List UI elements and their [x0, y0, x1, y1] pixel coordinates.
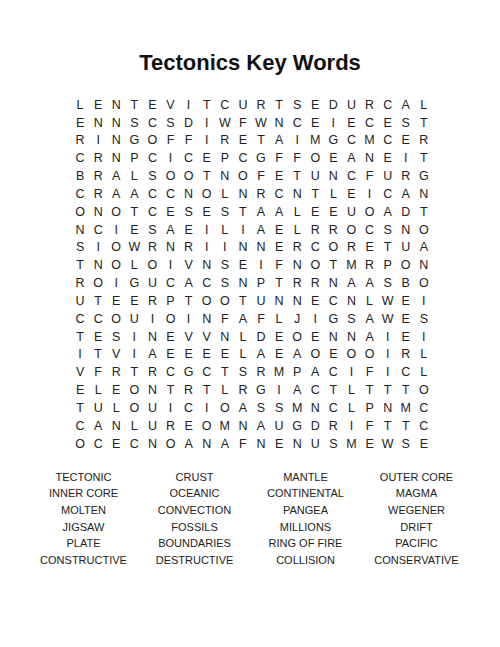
grid-cell[interactable]: G — [252, 150, 270, 168]
grid-cell[interactable]: E — [361, 239, 379, 257]
grid-cell[interactable]: R — [342, 239, 360, 257]
grid-cell[interactable]: A — [288, 382, 306, 400]
grid-cell[interactable]: S — [180, 203, 198, 221]
grid-cell[interactable]: L — [270, 310, 288, 328]
grid-cell[interactable]: A — [143, 346, 161, 364]
grid-cell[interactable]: I — [161, 257, 179, 275]
grid-cell[interactable]: S — [216, 203, 234, 221]
grid-cell[interactable]: U — [125, 310, 143, 328]
grid-cell[interactable]: I — [107, 221, 125, 239]
grid-cell[interactable]: O — [415, 382, 433, 400]
grid-cell[interactable]: A — [415, 239, 433, 257]
grid-cell[interactable]: L — [234, 328, 252, 346]
grid-cell[interactable]: N — [143, 328, 161, 346]
grid-cell[interactable]: I — [379, 328, 397, 346]
grid-cell[interactable]: G — [324, 310, 342, 328]
grid-cell[interactable]: F — [89, 364, 107, 382]
grid-cell[interactable]: N — [107, 114, 125, 132]
grid-cell[interactable]: M — [342, 435, 360, 453]
grid-cell[interactable]: C — [324, 364, 342, 382]
grid-cell[interactable]: O — [143, 257, 161, 275]
grid-cell[interactable]: I — [161, 150, 179, 168]
grid-cell[interactable]: I — [397, 150, 415, 168]
grid-cell[interactable]: N — [324, 328, 342, 346]
grid-cell[interactable]: N — [89, 114, 107, 132]
grid-cell[interactable]: A — [180, 435, 198, 453]
grid-cell[interactable]: R — [143, 364, 161, 382]
grid-cell[interactable]: C — [89, 310, 107, 328]
grid-cell[interactable]: L — [415, 364, 433, 382]
grid-cell[interactable]: V — [198, 328, 216, 346]
grid-cell[interactable]: W — [379, 292, 397, 310]
grid-cell[interactable]: E — [270, 346, 288, 364]
grid-cell[interactable]: U — [252, 292, 270, 310]
grid-cell[interactable]: R — [288, 239, 306, 257]
grid-cell[interactable]: I — [198, 114, 216, 132]
grid-cell[interactable]: C — [216, 96, 234, 114]
grid-cell[interactable]: A — [252, 346, 270, 364]
grid-cell[interactable]: O — [288, 328, 306, 346]
grid-cell[interactable]: N — [107, 150, 125, 168]
grid-cell[interactable]: E — [306, 203, 324, 221]
grid-cell[interactable]: E — [361, 435, 379, 453]
grid-cell[interactable]: M — [288, 399, 306, 417]
grid-cell[interactable]: E — [107, 292, 125, 310]
grid-cell[interactable]: F — [252, 310, 270, 328]
grid-cell[interactable]: C — [415, 399, 433, 417]
grid-cell[interactable]: T — [415, 114, 433, 132]
grid-cell[interactable]: N — [252, 435, 270, 453]
grid-cell[interactable]: T — [324, 382, 342, 400]
grid-cell[interactable]: E — [342, 114, 360, 132]
grid-cell[interactable]: C — [324, 399, 342, 417]
grid-cell[interactable]: E — [342, 185, 360, 203]
grid-cell[interactable]: E — [397, 292, 415, 310]
grid-cell[interactable]: C — [143, 185, 161, 203]
grid-cell[interactable]: A — [252, 417, 270, 435]
grid-cell[interactable]: C — [180, 399, 198, 417]
grid-cell[interactable]: C — [71, 310, 89, 328]
grid-cell[interactable]: W — [252, 114, 270, 132]
grid-cell[interactable]: J — [288, 310, 306, 328]
grid-cell[interactable]: A — [342, 150, 360, 168]
grid-cell[interactable]: E — [89, 328, 107, 346]
grid-cell[interactable]: C — [198, 364, 216, 382]
grid-cell[interactable]: A — [397, 185, 415, 203]
grid-cell[interactable]: T — [71, 257, 89, 275]
grid-cell[interactable]: T — [270, 274, 288, 292]
grid-cell[interactable]: I — [288, 132, 306, 150]
grid-cell[interactable]: E — [216, 346, 234, 364]
grid-cell[interactable]: N — [397, 221, 415, 239]
grid-cell[interactable]: A — [125, 185, 143, 203]
grid-cell[interactable]: S — [107, 328, 125, 346]
grid-cell[interactable]: T — [198, 167, 216, 185]
grid-cell[interactable]: L — [216, 185, 234, 203]
grid-cell[interactable]: L — [216, 382, 234, 400]
grid-cell[interactable]: C — [161, 364, 179, 382]
grid-cell[interactable]: S — [397, 435, 415, 453]
grid-cell[interactable]: V — [161, 96, 179, 114]
grid-cell[interactable]: R — [161, 417, 179, 435]
grid-cell[interactable]: M — [342, 257, 360, 275]
grid-cell[interactable]: C — [379, 185, 397, 203]
grid-cell[interactable]: E — [324, 203, 342, 221]
grid-cell[interactable]: R — [89, 185, 107, 203]
grid-cell[interactable]: U — [234, 96, 252, 114]
grid-cell[interactable]: L — [324, 185, 342, 203]
grid-cell[interactable]: E — [306, 114, 324, 132]
grid-cell[interactable]: T — [125, 364, 143, 382]
grid-cell[interactable]: L — [342, 399, 360, 417]
grid-cell[interactable]: N — [342, 292, 360, 310]
grid-cell[interactable]: I — [324, 114, 342, 132]
grid-cell[interactable]: A — [234, 310, 252, 328]
grid-cell[interactable]: C — [270, 185, 288, 203]
grid-cell[interactable]: I — [198, 132, 216, 150]
grid-cell[interactable]: T — [397, 417, 415, 435]
grid-cell[interactable]: T — [397, 382, 415, 400]
grid-cell[interactable]: A — [379, 203, 397, 221]
grid-cell[interactable]: R — [71, 132, 89, 150]
grid-cell[interactable]: L — [125, 257, 143, 275]
grid-cell[interactable]: N — [324, 167, 342, 185]
grid-cell[interactable]: C — [306, 382, 324, 400]
grid-cell[interactable]: E — [379, 150, 397, 168]
grid-cell[interactable]: N — [143, 435, 161, 453]
grid-cell[interactable]: V — [71, 364, 89, 382]
grid-cell[interactable]: C — [143, 203, 161, 221]
grid-cell[interactable]: O — [324, 239, 342, 257]
grid-cell[interactable]: I — [306, 310, 324, 328]
grid-cell[interactable]: D — [252, 328, 270, 346]
grid-cell[interactable]: S — [288, 96, 306, 114]
grid-cell[interactable]: A — [361, 274, 379, 292]
grid-cell[interactable]: E — [125, 221, 143, 239]
grid-cell[interactable]: O — [107, 239, 125, 257]
grid-cell[interactable]: O — [342, 346, 360, 364]
grid-cell[interactable]: T — [216, 364, 234, 382]
grid-cell[interactable]: L — [89, 382, 107, 400]
grid-cell[interactable]: F — [361, 417, 379, 435]
grid-cell[interactable]: F — [270, 150, 288, 168]
grid-cell[interactable]: N — [107, 132, 125, 150]
grid-cell[interactable]: C — [306, 239, 324, 257]
grid-cell[interactable]: I — [216, 239, 234, 257]
grid-cell[interactable]: N — [71, 221, 89, 239]
grid-cell[interactable]: L — [361, 292, 379, 310]
grid-cell[interactable]: N — [342, 328, 360, 346]
grid-cell[interactable]: C — [234, 150, 252, 168]
grid-cell[interactable]: G — [125, 274, 143, 292]
grid-cell[interactable]: R — [252, 364, 270, 382]
grid-cell[interactable]: T — [198, 382, 216, 400]
grid-cell[interactable]: S — [71, 239, 89, 257]
grid-cell[interactable]: O — [306, 150, 324, 168]
grid-cell[interactable]: W — [379, 435, 397, 453]
grid-cell[interactable]: S — [234, 364, 252, 382]
grid-cell[interactable]: N — [89, 203, 107, 221]
grid-cell[interactable]: L — [107, 399, 125, 417]
grid-cell[interactable]: O — [198, 185, 216, 203]
grid-cell[interactable]: C — [143, 114, 161, 132]
grid-cell[interactable]: M — [270, 364, 288, 382]
grid-cell[interactable]: I — [361, 185, 379, 203]
grid-cell[interactable]: E — [198, 203, 216, 221]
grid-cell[interactable]: R — [397, 346, 415, 364]
grid-cell[interactable]: M — [361, 132, 379, 150]
grid-cell[interactable]: I — [270, 382, 288, 400]
grid-cell[interactable]: R — [143, 292, 161, 310]
grid-cell[interactable]: N — [143, 382, 161, 400]
grid-cell[interactable]: F — [234, 435, 252, 453]
grid-cell[interactable]: N — [216, 167, 234, 185]
grid-cell[interactable]: F — [288, 150, 306, 168]
grid-cell[interactable]: R — [143, 239, 161, 257]
grid-cell[interactable]: C — [71, 150, 89, 168]
grid-cell[interactable]: P — [125, 150, 143, 168]
grid-cell[interactable]: T — [288, 167, 306, 185]
grid-cell[interactable]: N — [234, 185, 252, 203]
grid-cell[interactable]: E — [143, 96, 161, 114]
grid-cell[interactable]: U — [397, 239, 415, 257]
grid-cell[interactable]: T — [306, 185, 324, 203]
grid-cell[interactable]: S — [143, 221, 161, 239]
grid-cell[interactable]: R — [397, 167, 415, 185]
grid-cell[interactable]: E — [324, 150, 342, 168]
grid-cell[interactable]: T — [252, 132, 270, 150]
grid-cell[interactable]: P — [361, 399, 379, 417]
grid-cell[interactable]: M — [216, 417, 234, 435]
grid-cell[interactable]: N — [288, 292, 306, 310]
grid-cell[interactable]: E — [324, 346, 342, 364]
grid-cell[interactable]: N — [216, 328, 234, 346]
grid-cell[interactable]: U — [143, 417, 161, 435]
grid-cell[interactable]: E — [89, 96, 107, 114]
grid-cell[interactable]: O — [397, 257, 415, 275]
grid-cell[interactable]: N — [234, 239, 252, 257]
grid-cell[interactable]: T — [198, 96, 216, 114]
grid-cell[interactable]: E — [107, 435, 125, 453]
grid-cell[interactable]: O — [361, 203, 379, 221]
grid-cell[interactable]: O — [342, 221, 360, 239]
grid-cell[interactable]: A — [216, 435, 234, 453]
grid-cell[interactable]: R — [415, 132, 433, 150]
grid-cell[interactable]: S — [379, 221, 397, 239]
grid-cell[interactable]: T — [125, 96, 143, 114]
grid-cell[interactable]: O — [415, 274, 433, 292]
grid-cell[interactable]: G — [415, 167, 433, 185]
grid-cell[interactable]: T — [415, 150, 433, 168]
grid-cell[interactable]: M — [306, 132, 324, 150]
grid-cell[interactable]: R — [324, 221, 342, 239]
grid-cell[interactable]: B — [397, 274, 415, 292]
grid-cell[interactable]: L — [71, 96, 89, 114]
grid-cell[interactable]: E — [397, 310, 415, 328]
grid-cell[interactable]: G — [288, 417, 306, 435]
grid-cell[interactable]: E — [180, 221, 198, 239]
grid-cell[interactable]: E — [306, 328, 324, 346]
grid-cell[interactable]: F — [361, 167, 379, 185]
grid-cell[interactable]: I — [198, 221, 216, 239]
grid-cell[interactable]: O — [125, 399, 143, 417]
grid-cell[interactable]: E — [270, 221, 288, 239]
grid-cell[interactable]: U — [143, 399, 161, 417]
grid-cell[interactable]: C — [342, 167, 360, 185]
grid-cell[interactable]: E — [234, 257, 252, 275]
grid-cell[interactable]: E — [306, 96, 324, 114]
grid-cell[interactable]: O — [125, 382, 143, 400]
grid-cell[interactable]: A — [342, 274, 360, 292]
grid-cell[interactable]: F — [216, 310, 234, 328]
grid-cell[interactable]: N — [361, 150, 379, 168]
grid-cell[interactable]: T — [125, 203, 143, 221]
grid-cell[interactable]: S — [324, 435, 342, 453]
grid-cell[interactable]: S — [415, 310, 433, 328]
grid-cell[interactable]: O — [198, 417, 216, 435]
grid-cell[interactable]: O — [107, 310, 125, 328]
grid-cell[interactable]: L — [415, 96, 433, 114]
grid-cell[interactable]: S — [252, 399, 270, 417]
grid-cell[interactable]: O — [415, 221, 433, 239]
grid-cell[interactable]: O — [216, 292, 234, 310]
grid-cell[interactable]: E — [270, 328, 288, 346]
grid-cell[interactable]: O — [234, 167, 252, 185]
grid-cell[interactable]: A — [397, 96, 415, 114]
grid-cell[interactable]: U — [342, 203, 360, 221]
grid-cell[interactable]: S — [379, 274, 397, 292]
grid-cell[interactable]: T — [379, 239, 397, 257]
grid-cell[interactable]: E — [270, 167, 288, 185]
grid-cell[interactable]: T — [161, 382, 179, 400]
grid-cell[interactable]: O — [361, 346, 379, 364]
grid-cell[interactable]: C — [71, 185, 89, 203]
grid-cell[interactable]: L — [288, 203, 306, 221]
grid-cell[interactable]: E — [198, 346, 216, 364]
grid-cell[interactable]: O — [161, 435, 179, 453]
grid-cell[interactable]: T — [180, 292, 198, 310]
grid-cell[interactable]: N — [288, 257, 306, 275]
grid-cell[interactable]: R — [107, 364, 125, 382]
grid-cell[interactable]: T — [415, 203, 433, 221]
grid-cell[interactable]: I — [379, 364, 397, 382]
grid-cell[interactable]: O — [306, 257, 324, 275]
grid-cell[interactable]: I — [415, 292, 433, 310]
grid-cell[interactable]: S — [397, 114, 415, 132]
grid-cell[interactable]: N — [180, 185, 198, 203]
grid-cell[interactable]: T — [234, 203, 252, 221]
grid-cell[interactable]: N — [306, 399, 324, 417]
grid-cell[interactable]: P — [216, 150, 234, 168]
grid-cell[interactable]: I — [180, 96, 198, 114]
grid-cell[interactable]: C — [379, 96, 397, 114]
grid-cell[interactable]: L — [216, 221, 234, 239]
grid-cell[interactable]: R — [252, 96, 270, 114]
grid-cell[interactable]: R — [361, 257, 379, 275]
grid-cell[interactable]: N — [270, 114, 288, 132]
grid-cell[interactable]: I — [379, 346, 397, 364]
grid-cell[interactable]: W — [125, 239, 143, 257]
grid-cell[interactable]: O — [89, 274, 107, 292]
grid-cell[interactable]: N — [107, 96, 125, 114]
grid-cell[interactable]: T — [270, 96, 288, 114]
grid-cell[interactable]: O — [306, 346, 324, 364]
grid-cell[interactable]: C — [361, 221, 379, 239]
grid-cell[interactable]: A — [234, 399, 252, 417]
grid-cell[interactable]: C — [89, 221, 107, 239]
grid-cell[interactable]: D — [306, 417, 324, 435]
grid-cell[interactable]: A — [89, 417, 107, 435]
grid-cell[interactable]: I — [415, 328, 433, 346]
grid-cell[interactable]: O — [71, 203, 89, 221]
grid-cell[interactable]: R — [234, 382, 252, 400]
grid-cell[interactable]: E — [198, 150, 216, 168]
grid-cell[interactable]: T — [379, 417, 397, 435]
grid-cell[interactable]: R — [252, 185, 270, 203]
grid-cell[interactable]: L — [234, 346, 252, 364]
grid-cell[interactable]: C — [397, 364, 415, 382]
grid-cell[interactable]: A — [252, 203, 270, 221]
grid-cell[interactable]: N — [415, 185, 433, 203]
grid-cell[interactable]: T — [324, 257, 342, 275]
grid-cell[interactable]: E — [397, 132, 415, 150]
grid-cell[interactable]: C — [125, 435, 143, 453]
grid-cell[interactable]: D — [397, 203, 415, 221]
grid-cell[interactable]: E — [161, 346, 179, 364]
grid-cell[interactable]: B — [71, 167, 89, 185]
grid-cell[interactable]: E — [71, 382, 89, 400]
grid-cell[interactable]: L — [342, 382, 360, 400]
grid-cell[interactable]: S — [216, 274, 234, 292]
grid-cell[interactable]: G — [252, 382, 270, 400]
grid-cell[interactable]: C — [324, 292, 342, 310]
grid-cell[interactable]: I — [143, 310, 161, 328]
grid-cell[interactable]: F — [180, 132, 198, 150]
grid-cell[interactable]: G — [180, 364, 198, 382]
grid-cell[interactable]: G — [324, 132, 342, 150]
grid-cell[interactable]: E — [107, 382, 125, 400]
grid-cell[interactable]: R — [89, 167, 107, 185]
grid-cell[interactable]: R — [71, 274, 89, 292]
grid-cell[interactable]: N — [288, 435, 306, 453]
grid-cell[interactable]: D — [180, 114, 198, 132]
grid-cell[interactable]: E — [234, 132, 252, 150]
grid-cell[interactable]: N — [198, 435, 216, 453]
grid-cell[interactable]: R — [324, 417, 342, 435]
grid-cell[interactable]: A — [107, 167, 125, 185]
grid-cell[interactable]: A — [107, 185, 125, 203]
grid-cell[interactable]: O — [216, 399, 234, 417]
grid-cell[interactable]: N — [252, 239, 270, 257]
grid-cell[interactable]: N — [415, 257, 433, 275]
grid-cell[interactable]: A — [180, 274, 198, 292]
grid-cell[interactable]: O — [161, 310, 179, 328]
grid-cell[interactable]: N — [107, 417, 125, 435]
grid-cell[interactable]: W — [216, 114, 234, 132]
grid-cell[interactable]: A — [161, 221, 179, 239]
grid-cell[interactable]: O — [71, 435, 89, 453]
grid-cell[interactable]: E — [270, 239, 288, 257]
grid-cell[interactable]: V — [180, 257, 198, 275]
grid-cell[interactable]: I — [252, 257, 270, 275]
grid-cell[interactable]: F — [252, 167, 270, 185]
grid-cell[interactable]: E — [379, 114, 397, 132]
grid-cell[interactable]: R — [180, 382, 198, 400]
grid-cell[interactable]: A — [361, 328, 379, 346]
grid-cell[interactable]: R — [180, 239, 198, 257]
grid-cell[interactable]: N — [161, 239, 179, 257]
grid-cell[interactable]: F — [270, 257, 288, 275]
